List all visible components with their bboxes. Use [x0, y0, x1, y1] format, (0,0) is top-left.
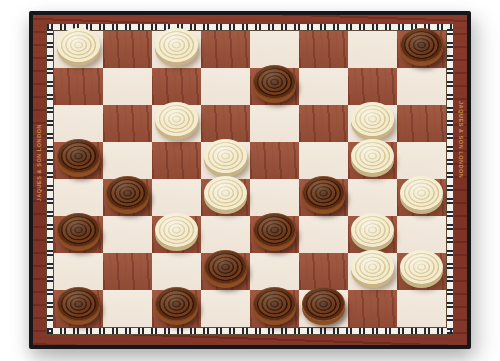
board-square[interactable]	[103, 290, 152, 327]
checker-piece-dark[interactable]	[155, 287, 198, 321]
checker-piece-white[interactable]	[155, 28, 198, 62]
board-square[interactable]	[250, 105, 299, 142]
checker-piece-white[interactable]	[351, 102, 394, 136]
board-square[interactable]	[250, 179, 299, 216]
board-square[interactable]	[152, 290, 201, 327]
board-square[interactable]	[299, 105, 348, 142]
board-square[interactable]	[103, 216, 152, 253]
board-square[interactable]	[397, 216, 446, 253]
board-square[interactable]	[152, 68, 201, 105]
board-square[interactable]	[299, 290, 348, 327]
board-square[interactable]	[103, 179, 152, 216]
board-square[interactable]	[54, 216, 103, 253]
checker-piece-dark[interactable]	[57, 213, 100, 247]
photo-background: JAQUES & SON LONDON JAQUES & SON LONDON	[0, 0, 500, 361]
checker-piece-white[interactable]	[351, 139, 394, 173]
checker-piece-white[interactable]	[204, 176, 247, 210]
board-square[interactable]	[348, 105, 397, 142]
board-square[interactable]	[299, 142, 348, 179]
board-square[interactable]	[103, 105, 152, 142]
board-square[interactable]	[54, 105, 103, 142]
board-square[interactable]	[250, 31, 299, 68]
checker-piece-white[interactable]	[204, 139, 247, 173]
board-square[interactable]	[348, 179, 397, 216]
board-square[interactable]	[201, 290, 250, 327]
checker-piece-dark[interactable]	[400, 28, 443, 62]
board-square[interactable]	[250, 68, 299, 105]
board-square[interactable]	[348, 31, 397, 68]
board-square[interactable]	[201, 216, 250, 253]
checker-piece-dark[interactable]	[253, 287, 296, 321]
board-square[interactable]	[201, 31, 250, 68]
board-square[interactable]	[152, 31, 201, 68]
board-square[interactable]	[201, 68, 250, 105]
checker-piece-white[interactable]	[400, 176, 443, 210]
board-square[interactable]	[299, 216, 348, 253]
board-square[interactable]	[250, 253, 299, 290]
board-square[interactable]	[201, 179, 250, 216]
board-square[interactable]	[54, 290, 103, 327]
checker-piece-white[interactable]	[351, 250, 394, 284]
board-square[interactable]	[250, 216, 299, 253]
board-square[interactable]	[54, 31, 103, 68]
board-square[interactable]	[348, 216, 397, 253]
board-square[interactable]	[201, 253, 250, 290]
checker-piece-white[interactable]	[351, 213, 394, 247]
board-square[interactable]	[152, 216, 201, 253]
board-frame: JAQUES & SON LONDON JAQUES & SON LONDON	[33, 15, 467, 345]
board-square[interactable]	[348, 68, 397, 105]
board-square[interactable]	[103, 253, 152, 290]
dash-border	[46, 23, 454, 335]
board-square[interactable]	[54, 179, 103, 216]
board-square[interactable]	[348, 142, 397, 179]
checker-piece-white[interactable]	[57, 28, 100, 62]
board-square[interactable]	[54, 142, 103, 179]
board-square[interactable]	[348, 253, 397, 290]
board-grid	[53, 30, 447, 328]
checker-piece-dark[interactable]	[253, 213, 296, 247]
checker-piece-dark[interactable]	[57, 287, 100, 321]
brand-text-right: JAQUES & SON LONDON	[458, 101, 464, 178]
checker-piece-white[interactable]	[155, 213, 198, 247]
board-square[interactable]	[348, 290, 397, 327]
checker-piece-dark[interactable]	[302, 287, 345, 321]
board-square[interactable]	[250, 290, 299, 327]
board-square[interactable]	[250, 142, 299, 179]
checker-piece-dark[interactable]	[302, 176, 345, 210]
checkers-board: JAQUES & SON LONDON JAQUES & SON LONDON	[29, 11, 471, 349]
board-square[interactable]	[103, 68, 152, 105]
board-square[interactable]	[201, 142, 250, 179]
board-square[interactable]	[152, 179, 201, 216]
board-square[interactable]	[397, 31, 446, 68]
board-square[interactable]	[299, 68, 348, 105]
checker-piece-white[interactable]	[400, 250, 443, 284]
checker-piece-dark[interactable]	[57, 139, 100, 173]
board-square[interactable]	[152, 105, 201, 142]
checker-piece-white[interactable]	[155, 102, 198, 136]
board-square[interactable]	[397, 105, 446, 142]
board-square[interactable]	[54, 68, 103, 105]
checker-piece-dark[interactable]	[106, 176, 149, 210]
board-square[interactable]	[152, 253, 201, 290]
checker-piece-dark[interactable]	[204, 250, 247, 284]
checker-piece-dark[interactable]	[253, 65, 296, 99]
board-square[interactable]	[397, 290, 446, 327]
board-square[interactable]	[397, 179, 446, 216]
board-square[interactable]	[201, 105, 250, 142]
board-square[interactable]	[152, 142, 201, 179]
board-square[interactable]	[103, 31, 152, 68]
board-square[interactable]	[103, 142, 152, 179]
board-square[interactable]	[299, 253, 348, 290]
board-square[interactable]	[299, 31, 348, 68]
board-square[interactable]	[397, 68, 446, 105]
board-square[interactable]	[397, 253, 446, 290]
brand-text-left: JAQUES & SON LONDON	[36, 124, 42, 201]
board-square[interactable]	[299, 179, 348, 216]
board-square[interactable]	[54, 253, 103, 290]
board-square[interactable]	[397, 142, 446, 179]
